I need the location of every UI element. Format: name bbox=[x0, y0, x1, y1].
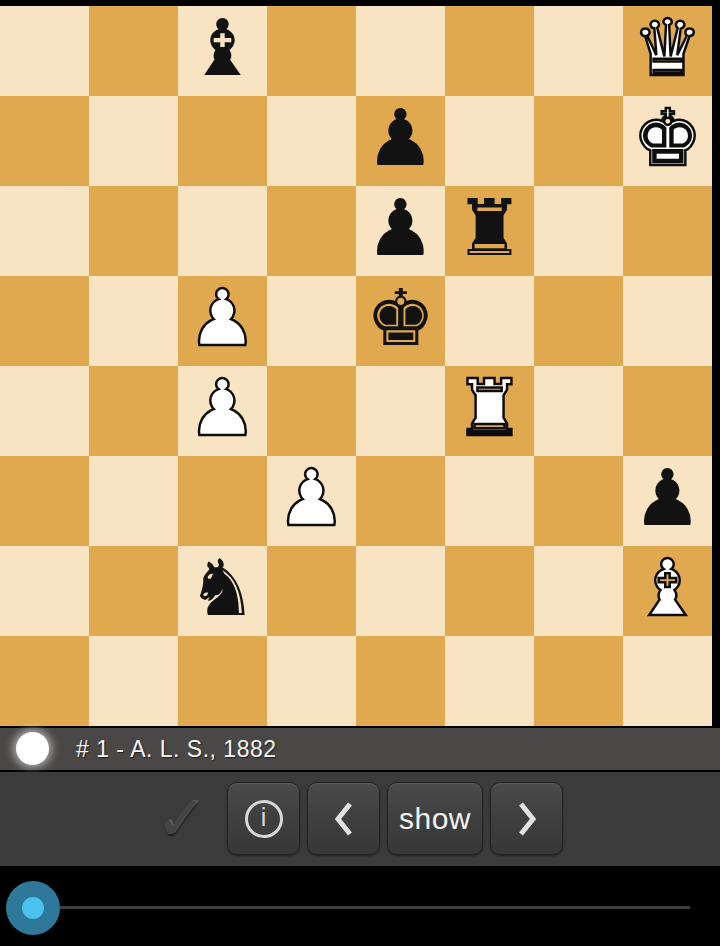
square-g4[interactable] bbox=[534, 366, 623, 456]
toolbar-buttons: i show bbox=[227, 782, 563, 855]
square-e2[interactable] bbox=[356, 546, 445, 636]
square-a7[interactable] bbox=[0, 96, 89, 186]
square-d3[interactable]: ♟ bbox=[267, 456, 356, 546]
square-h2[interactable]: ♝ bbox=[623, 546, 712, 636]
square-e7[interactable]: ♟ bbox=[356, 96, 445, 186]
square-f6[interactable]: ♜ bbox=[445, 186, 534, 276]
square-a3[interactable] bbox=[0, 456, 89, 546]
square-a6[interactable] bbox=[0, 186, 89, 276]
square-e1[interactable] bbox=[356, 636, 445, 726]
square-b4[interactable] bbox=[89, 366, 178, 456]
square-h1[interactable] bbox=[623, 636, 712, 726]
square-b7[interactable] bbox=[89, 96, 178, 186]
square-g1[interactable] bbox=[534, 636, 623, 726]
square-d8[interactable] bbox=[267, 6, 356, 96]
square-g6[interactable] bbox=[534, 186, 623, 276]
white-pawn: ♟ bbox=[188, 369, 258, 447]
square-a4[interactable] bbox=[0, 366, 89, 456]
square-g7[interactable] bbox=[534, 96, 623, 186]
square-h6[interactable] bbox=[623, 186, 712, 276]
square-b5[interactable] bbox=[89, 276, 178, 366]
square-c4[interactable]: ♟ bbox=[178, 366, 267, 456]
square-h3[interactable]: ♟ bbox=[623, 456, 712, 546]
square-b3[interactable] bbox=[89, 456, 178, 546]
white-pawn: ♟ bbox=[277, 459, 347, 537]
white-pawn: ♟ bbox=[188, 279, 258, 357]
black-pawn: ♟ bbox=[366, 189, 436, 267]
square-h7[interactable]: ♚ bbox=[623, 96, 712, 186]
chevron-left-icon bbox=[329, 799, 359, 839]
square-c1[interactable] bbox=[178, 636, 267, 726]
square-g8[interactable] bbox=[534, 6, 623, 96]
square-b6[interactable] bbox=[89, 186, 178, 276]
square-b8[interactable] bbox=[89, 6, 178, 96]
square-h8[interactable]: ♛ bbox=[623, 6, 712, 96]
info-icon-letter: i bbox=[261, 805, 267, 830]
seekbar[interactable] bbox=[0, 866, 720, 946]
square-e5[interactable]: ♚ bbox=[356, 276, 445, 366]
chevron-right-icon bbox=[512, 799, 542, 839]
black-pawn: ♟ bbox=[633, 459, 703, 537]
square-g2[interactable] bbox=[534, 546, 623, 636]
square-f3[interactable] bbox=[445, 456, 534, 546]
white-to-move-indicator bbox=[16, 732, 49, 765]
white-bishop: ♝ bbox=[633, 549, 703, 627]
square-a5[interactable] bbox=[0, 276, 89, 366]
status-bar: # 1 - A. L. S., 1882 bbox=[0, 728, 720, 770]
square-d4[interactable] bbox=[267, 366, 356, 456]
square-d5[interactable] bbox=[267, 276, 356, 366]
validate-check-icon[interactable]: ✓ bbox=[155, 781, 207, 857]
square-f4[interactable]: ♜ bbox=[445, 366, 534, 456]
black-king: ♚ bbox=[366, 279, 436, 357]
toolbar: ✓ i show bbox=[0, 772, 720, 866]
square-f5[interactable] bbox=[445, 276, 534, 366]
square-f1[interactable] bbox=[445, 636, 534, 726]
square-f7[interactable] bbox=[445, 96, 534, 186]
square-a2[interactable] bbox=[0, 546, 89, 636]
square-f8[interactable] bbox=[445, 6, 534, 96]
square-b1[interactable] bbox=[89, 636, 178, 726]
square-c7[interactable] bbox=[178, 96, 267, 186]
show-button[interactable]: show bbox=[387, 782, 483, 855]
square-f2[interactable] bbox=[445, 546, 534, 636]
white-rook: ♜ bbox=[455, 369, 525, 447]
app-screen: ♝♛♟♚♟♜♟♚♟♜♟♟♞♝ # 1 - A. L. S., 1882 ✓ i … bbox=[0, 0, 720, 946]
info-button[interactable]: i bbox=[227, 782, 300, 855]
square-c5[interactable]: ♟ bbox=[178, 276, 267, 366]
square-c2[interactable]: ♞ bbox=[178, 546, 267, 636]
square-e4[interactable] bbox=[356, 366, 445, 456]
square-e8[interactable] bbox=[356, 6, 445, 96]
square-e6[interactable]: ♟ bbox=[356, 186, 445, 276]
white-king: ♚ bbox=[633, 99, 703, 177]
square-g3[interactable] bbox=[534, 456, 623, 546]
chess-board: ♝♛♟♚♟♜♟♚♟♜♟♟♞♝ bbox=[0, 6, 712, 726]
square-d1[interactable] bbox=[267, 636, 356, 726]
square-c8[interactable]: ♝ bbox=[178, 6, 267, 96]
white-queen: ♛ bbox=[633, 9, 703, 87]
black-knight: ♞ bbox=[188, 549, 258, 627]
square-d6[interactable] bbox=[267, 186, 356, 276]
black-pawn: ♟ bbox=[366, 99, 436, 177]
seekbar-track[interactable] bbox=[32, 906, 690, 909]
info-icon: i bbox=[245, 800, 283, 838]
square-c6[interactable] bbox=[178, 186, 267, 276]
square-b2[interactable] bbox=[89, 546, 178, 636]
square-h5[interactable] bbox=[623, 276, 712, 366]
seekbar-thumb[interactable] bbox=[6, 881, 60, 935]
square-e3[interactable] bbox=[356, 456, 445, 546]
puzzle-title: # 1 - A. L. S., 1882 bbox=[76, 728, 277, 770]
square-a8[interactable] bbox=[0, 6, 89, 96]
square-d2[interactable] bbox=[267, 546, 356, 636]
square-d7[interactable] bbox=[267, 96, 356, 186]
square-g5[interactable] bbox=[534, 276, 623, 366]
seekbar-thumb-dot bbox=[22, 897, 44, 919]
previous-button[interactable] bbox=[307, 782, 380, 855]
square-h4[interactable] bbox=[623, 366, 712, 456]
square-a1[interactable] bbox=[0, 636, 89, 726]
black-rook: ♜ bbox=[455, 189, 525, 267]
next-button[interactable] bbox=[490, 782, 563, 855]
square-c3[interactable] bbox=[178, 456, 267, 546]
black-bishop: ♝ bbox=[188, 9, 258, 87]
